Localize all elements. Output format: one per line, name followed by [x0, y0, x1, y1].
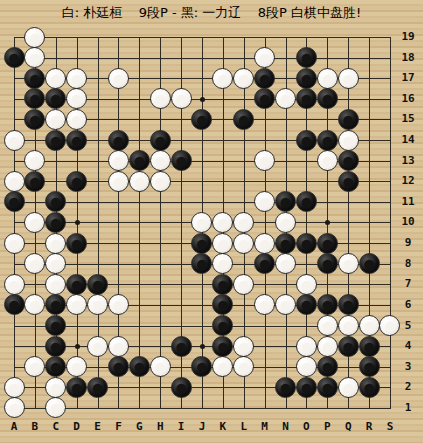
black-stone: ●: [275, 233, 296, 254]
white-stone: ●: [338, 68, 359, 89]
black-stone: ●: [191, 233, 212, 254]
black-stone: ●: [317, 233, 338, 254]
white-stone: ●: [4, 130, 25, 151]
black-stone: ●: [66, 130, 87, 151]
black-stone: ●: [338, 294, 359, 315]
column-label: L: [234, 420, 254, 434]
white-stone: ●: [129, 171, 150, 192]
white-stone: ●: [254, 191, 275, 212]
white-stone: ●: [275, 212, 296, 233]
row-label: 11: [397, 195, 419, 209]
black-stone: ●: [296, 377, 317, 398]
row-label: 13: [397, 154, 419, 168]
column-label: P: [317, 420, 337, 434]
white-stone: ●: [4, 397, 25, 418]
white-stone: ●: [45, 397, 66, 418]
black-stone: ●: [359, 377, 380, 398]
white-stone: ●: [45, 68, 66, 89]
white-stone: ●: [150, 150, 171, 171]
column-label: D: [67, 420, 87, 434]
row-label: 9: [397, 236, 419, 250]
white-stone: ●: [233, 212, 254, 233]
black-stone: ●: [129, 150, 150, 171]
row-label: 7: [397, 277, 419, 291]
white-stone: ●: [254, 150, 275, 171]
black-stone: ●: [296, 191, 317, 212]
white-stone: ●: [296, 356, 317, 377]
black-stone: ●: [317, 88, 338, 109]
black-stone: ●: [45, 130, 66, 151]
white-stone: ●: [233, 233, 254, 254]
white-stone: ●: [45, 253, 66, 274]
column-label: B: [25, 420, 45, 434]
black-stone: ●: [338, 336, 359, 357]
star-point: [200, 97, 205, 102]
black-stone: ●: [24, 109, 45, 130]
white-stone: ●: [108, 171, 129, 192]
white-stone: ●: [108, 150, 129, 171]
white-stone: ●: [24, 356, 45, 377]
black-stone: ●: [254, 253, 275, 274]
column-label: O: [296, 420, 316, 434]
row-label: 14: [397, 133, 419, 147]
white-stone: ●: [87, 336, 108, 357]
black-stone: ●: [4, 191, 25, 212]
black-stone: ●: [24, 171, 45, 192]
black-stone: ●: [45, 294, 66, 315]
grid-line-horizontal: [14, 408, 391, 409]
black-stone: ●: [317, 377, 338, 398]
black-stone: ●: [212, 336, 233, 357]
grid-line-horizontal: [14, 37, 391, 38]
white-stone: ●: [66, 109, 87, 130]
black-stone: ●: [191, 109, 212, 130]
white-stone: ●: [296, 274, 317, 295]
black-stone: ●: [45, 212, 66, 233]
column-label: C: [46, 420, 66, 434]
black-stone: ●: [191, 253, 212, 274]
row-label: 3: [397, 360, 419, 374]
black-stone: ●: [317, 130, 338, 151]
go-board[interactable]: ●●●●●●●●●●●●●●●●●●●●●●●●●●●●●●●●●●●●●●●●…: [0, 0, 423, 443]
white-stone: ●: [45, 377, 66, 398]
row-label: 2: [397, 380, 419, 394]
row-label: 10: [397, 215, 419, 229]
row-label: 12: [397, 174, 419, 188]
row-label: 1: [397, 401, 419, 415]
white-stone: ●: [338, 130, 359, 151]
column-label: J: [192, 420, 212, 434]
white-stone: ●: [233, 336, 254, 357]
white-stone: ●: [24, 150, 45, 171]
white-stone: ●: [171, 88, 192, 109]
star-point: [325, 220, 330, 225]
row-label: 4: [397, 339, 419, 353]
black-stone: ●: [66, 233, 87, 254]
go-game-screen: 白: 朴廷桓 9段P - 黑: 一力辽 8段P 白棋中盘胜! ●●●●●●●●●…: [0, 0, 423, 443]
black-stone: ●: [87, 377, 108, 398]
black-stone: ●: [254, 88, 275, 109]
column-label: Q: [338, 420, 358, 434]
black-stone: ●: [275, 377, 296, 398]
black-stone: ●: [108, 356, 129, 377]
column-label: I: [171, 420, 191, 434]
row-label: 18: [397, 51, 419, 65]
black-stone: ●: [45, 191, 66, 212]
black-stone: ●: [338, 109, 359, 130]
white-stone: ●: [45, 233, 66, 254]
grid-line-vertical: [139, 37, 140, 409]
black-stone: ●: [296, 233, 317, 254]
star-point: [75, 220, 80, 225]
white-stone: ●: [275, 88, 296, 109]
grid-line-horizontal: [14, 202, 391, 203]
row-label: 17: [397, 71, 419, 85]
black-stone: ●: [129, 356, 150, 377]
black-stone: ●: [296, 68, 317, 89]
white-stone: ●: [233, 68, 254, 89]
black-stone: ●: [338, 171, 359, 192]
black-stone: ●: [359, 253, 380, 274]
white-stone: ●: [4, 171, 25, 192]
white-stone: ●: [191, 212, 212, 233]
white-stone: ●: [338, 377, 359, 398]
column-label: G: [129, 420, 149, 434]
white-stone: ●: [45, 274, 66, 295]
column-label: F: [108, 420, 128, 434]
black-stone: ●: [171, 150, 192, 171]
grid-line-vertical: [14, 37, 15, 409]
white-stone: ●: [254, 294, 275, 315]
white-stone: ●: [4, 377, 25, 398]
black-stone: ●: [150, 130, 171, 151]
white-stone: ●: [24, 253, 45, 274]
white-stone: ●: [317, 150, 338, 171]
black-stone: ●: [45, 88, 66, 109]
grid-line-horizontal: [14, 58, 391, 59]
black-stone: ●: [275, 191, 296, 212]
white-stone: ●: [338, 315, 359, 336]
black-stone: ●: [296, 88, 317, 109]
white-stone: ●: [87, 294, 108, 315]
white-stone: ●: [317, 68, 338, 89]
row-label: 16: [397, 92, 419, 106]
white-stone: ●: [108, 336, 129, 357]
row-label: 19: [397, 30, 419, 44]
black-stone: ●: [171, 336, 192, 357]
black-stone: ●: [66, 377, 87, 398]
white-stone: ●: [150, 88, 171, 109]
column-label: R: [359, 420, 379, 434]
white-stone: ●: [317, 336, 338, 357]
black-stone: ●: [296, 130, 317, 151]
white-stone: ●: [66, 294, 87, 315]
white-stone: ●: [338, 253, 359, 274]
black-stone: ●: [296, 294, 317, 315]
column-label: M: [255, 420, 275, 434]
black-stone: ●: [317, 356, 338, 377]
white-stone: ●: [212, 356, 233, 377]
black-stone: ●: [317, 294, 338, 315]
white-stone: ●: [233, 274, 254, 295]
white-stone: ●: [24, 294, 45, 315]
black-stone: ●: [24, 88, 45, 109]
white-stone: ●: [254, 233, 275, 254]
column-label: K: [213, 420, 233, 434]
white-stone: ●: [317, 315, 338, 336]
white-stone: ●: [66, 68, 87, 89]
white-stone: ●: [212, 233, 233, 254]
white-stone: ●: [296, 336, 317, 357]
column-label: H: [150, 420, 170, 434]
black-stone: ●: [4, 294, 25, 315]
star-point: [75, 344, 80, 349]
black-stone: ●: [108, 130, 129, 151]
star-point: [200, 344, 205, 349]
white-stone: ●: [233, 356, 254, 377]
column-label: N: [276, 420, 296, 434]
black-stone: ●: [87, 274, 108, 295]
white-stone: ●: [275, 253, 296, 274]
black-stone: ●: [254, 68, 275, 89]
white-stone: ●: [212, 68, 233, 89]
grid-line-vertical: [390, 37, 391, 409]
row-label: 6: [397, 298, 419, 312]
white-stone: ●: [150, 171, 171, 192]
black-stone: ●: [296, 47, 317, 68]
column-label: S: [380, 420, 400, 434]
black-stone: ●: [359, 336, 380, 357]
white-stone: ●: [66, 356, 87, 377]
black-stone: ●: [45, 356, 66, 377]
column-label: E: [88, 420, 108, 434]
white-stone: ●: [24, 47, 45, 68]
black-stone: ●: [233, 109, 254, 130]
white-stone: ●: [24, 212, 45, 233]
black-stone: ●: [212, 315, 233, 336]
white-stone: ●: [254, 47, 275, 68]
white-stone: ●: [359, 315, 380, 336]
black-stone: ●: [171, 377, 192, 398]
black-stone: ●: [191, 356, 212, 377]
black-stone: ●: [212, 274, 233, 295]
black-stone: ●: [66, 171, 87, 192]
white-stone: ●: [4, 274, 25, 295]
white-stone: ●: [212, 253, 233, 274]
black-stone: ●: [317, 253, 338, 274]
black-stone: ●: [45, 315, 66, 336]
row-label: 15: [397, 112, 419, 126]
white-stone: ●: [150, 356, 171, 377]
column-label: A: [4, 420, 24, 434]
white-stone: ●: [108, 294, 129, 315]
black-stone: ●: [24, 68, 45, 89]
black-stone: ●: [212, 294, 233, 315]
white-stone: ●: [108, 68, 129, 89]
black-stone: ●: [359, 356, 380, 377]
white-stone: ●: [275, 294, 296, 315]
black-stone: ●: [338, 150, 359, 171]
row-label: 5: [397, 319, 419, 333]
black-stone: ●: [45, 336, 66, 357]
row-label: 8: [397, 257, 419, 271]
white-stone: ●: [66, 88, 87, 109]
white-stone: ●: [24, 27, 45, 48]
white-stone: ●: [212, 212, 233, 233]
black-stone: ●: [66, 274, 87, 295]
white-stone: ●: [4, 233, 25, 254]
black-stone: ●: [4, 47, 25, 68]
white-stone: ●: [45, 109, 66, 130]
